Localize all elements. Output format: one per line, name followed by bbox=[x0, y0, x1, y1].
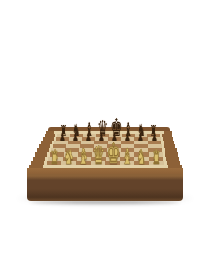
chess-board: ♜♞♝♛♚♝♞♜♟♟♟♟♟♟♟♟♟♟♟♟♟♟♟♟♜♞♝♛♚♝♞♜ bbox=[0, 127, 209, 204]
contact-shadow bbox=[30, 201, 180, 204]
board-frame-front bbox=[27, 168, 183, 174]
product-photo: ♜♞♝♛♚♝♞♜♟♟♟♟♟♟♟♟♟♟♟♟♟♟♟♟♜♞♝♛♚♝♞♜ bbox=[0, 0, 209, 272]
box-side bbox=[27, 174, 183, 201]
